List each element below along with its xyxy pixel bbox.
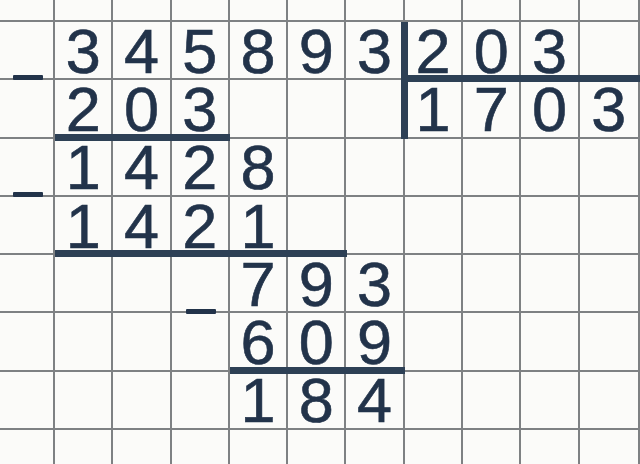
grid-cell xyxy=(405,313,463,371)
grid-cell xyxy=(405,372,463,430)
grid-cell: 9 xyxy=(288,255,346,313)
grid-cell xyxy=(0,372,55,430)
grid-cell xyxy=(463,430,521,464)
digit: 3 xyxy=(591,78,626,141)
grid-cell: 5 xyxy=(172,22,230,80)
digit: 8 xyxy=(299,369,334,432)
grid-cell xyxy=(172,313,230,371)
digit: 7 xyxy=(474,78,509,141)
grid-cell xyxy=(346,139,404,197)
grid-cell xyxy=(463,197,521,255)
grid-cell: 4 xyxy=(346,372,404,430)
digit: 0 xyxy=(532,78,567,141)
grid-cell xyxy=(521,197,579,255)
grid-cell xyxy=(172,430,230,464)
grid-cell: 2 xyxy=(405,22,463,80)
grid-cell xyxy=(113,255,171,313)
grid-cell xyxy=(521,372,579,430)
grid-cell xyxy=(172,255,230,313)
grid-cell xyxy=(580,255,640,313)
grid-cell xyxy=(288,139,346,197)
grid-cell: 6 xyxy=(230,313,288,371)
grid-cell: 3 xyxy=(55,22,113,80)
grid-cell xyxy=(0,22,55,80)
digit: 4 xyxy=(124,195,159,258)
grid-cell: 2 xyxy=(172,139,230,197)
grid-cell: 3 xyxy=(172,80,230,138)
grid-cell: 3 xyxy=(521,22,579,80)
grid-cell: 1 xyxy=(230,372,288,430)
grid-cell: 4 xyxy=(113,22,171,80)
digit: 1 xyxy=(241,369,276,432)
grid-cell: 4 xyxy=(113,139,171,197)
grid-cell: 1 xyxy=(55,139,113,197)
grid-cell xyxy=(346,197,404,255)
grid-cell: 8 xyxy=(230,22,288,80)
digit: 3 xyxy=(357,20,392,83)
grid-cell: 1 xyxy=(405,80,463,138)
grid-cell: 9 xyxy=(346,313,404,371)
grid-cell xyxy=(113,372,171,430)
grid-cell xyxy=(172,372,230,430)
grid-cell: 0 xyxy=(288,313,346,371)
grid-cell: 7 xyxy=(463,80,521,138)
grid-cell xyxy=(55,372,113,430)
grid-cell xyxy=(0,197,55,255)
digit: 8 xyxy=(241,20,276,83)
grid-cell xyxy=(405,255,463,313)
grid-cell: 0 xyxy=(463,22,521,80)
grid-cell xyxy=(113,430,171,464)
grid-cell xyxy=(521,313,579,371)
grid-cell xyxy=(288,80,346,138)
squared-paper-board: 345893203203170314281421793609184 xyxy=(0,0,640,464)
grid-cell xyxy=(521,139,579,197)
grid-cell xyxy=(580,197,640,255)
grid-cell: 0 xyxy=(521,80,579,138)
grid-cell: 2 xyxy=(55,80,113,138)
grid-cell: 3 xyxy=(346,22,404,80)
grid-cell xyxy=(580,372,640,430)
grid-cell xyxy=(0,80,55,138)
grid-cell xyxy=(463,313,521,371)
grid-cell xyxy=(288,197,346,255)
grid-cell xyxy=(113,313,171,371)
grid-cell xyxy=(463,255,521,313)
digit: 2 xyxy=(182,195,217,258)
digit: 1 xyxy=(66,195,101,258)
grid-cell: 3 xyxy=(346,255,404,313)
grid-cell: 7 xyxy=(230,255,288,313)
grid-cell xyxy=(580,139,640,197)
grid-cell: 9 xyxy=(288,22,346,80)
grid-cell xyxy=(0,139,55,197)
grid-cell: 2 xyxy=(172,197,230,255)
grid-cell xyxy=(346,80,404,138)
grid-cell xyxy=(463,139,521,197)
grid-cell xyxy=(55,430,113,464)
grid-cell: 4 xyxy=(113,197,171,255)
digit: 9 xyxy=(299,20,334,83)
grid-cell xyxy=(580,22,640,80)
grid-cell xyxy=(580,0,640,22)
grid-cell xyxy=(580,313,640,371)
grid-cell: 3 xyxy=(580,80,640,138)
grid-cell xyxy=(405,197,463,255)
grid-cell xyxy=(0,313,55,371)
grid-cell xyxy=(0,0,55,22)
grid-cell: 0 xyxy=(113,80,171,138)
grid-cell xyxy=(463,372,521,430)
grid-cell xyxy=(580,430,640,464)
grid-cell xyxy=(521,255,579,313)
grid-cell xyxy=(55,313,113,371)
grid-cell xyxy=(0,430,55,464)
grid-cell xyxy=(0,255,55,313)
grid-cell xyxy=(55,255,113,313)
digit: 4 xyxy=(357,369,392,432)
grid-cell xyxy=(405,139,463,197)
grid-cell: 1 xyxy=(55,197,113,255)
grid-cell xyxy=(405,430,463,464)
grid-cell: 8 xyxy=(230,139,288,197)
grid-cell xyxy=(521,430,579,464)
grid-cell: 1 xyxy=(230,197,288,255)
digit: 1 xyxy=(415,78,450,141)
grid-cell: 8 xyxy=(288,372,346,430)
grid-cell xyxy=(230,80,288,138)
